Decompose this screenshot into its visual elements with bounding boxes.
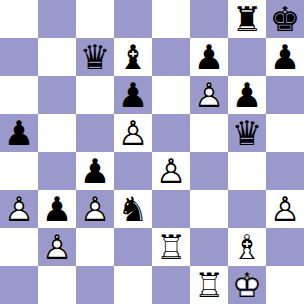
square-c4[interactable]: ♟ [76, 152, 114, 190]
square-g6[interactable]: ♟ [228, 76, 266, 114]
square-e1[interactable] [152, 266, 190, 304]
square-d2[interactable] [114, 228, 152, 266]
white-rook-glyph: ♖ [152, 228, 190, 266]
square-f3[interactable] [190, 190, 228, 228]
square-e4[interactable]: ♟♙ [152, 152, 190, 190]
white-pawn-glyph: ♙ [114, 114, 152, 152]
square-h7[interactable]: ♟ [266, 38, 304, 76]
square-e5[interactable] [152, 114, 190, 152]
white-bishop-glyph: ♗ [228, 228, 266, 266]
piece-black-knight[interactable]: ♞ [114, 190, 152, 228]
square-f6[interactable]: ♟♙ [190, 76, 228, 114]
piece-white-pawn[interactable]: ♟♙ [0, 190, 38, 228]
black-queen-glyph: ♛ [228, 114, 266, 152]
square-h5[interactable] [266, 114, 304, 152]
square-e3[interactable] [152, 190, 190, 228]
square-h4[interactable] [266, 152, 304, 190]
black-pawn-glyph: ♟ [228, 76, 266, 114]
white-king-glyph: ♔ [228, 266, 266, 304]
square-d3[interactable]: ♞ [114, 190, 152, 228]
square-g1[interactable]: ♚♔ [228, 266, 266, 304]
square-b8[interactable] [38, 0, 76, 38]
black-rook-glyph: ♜ [228, 0, 266, 38]
piece-white-rook[interactable]: ♜♖ [152, 228, 190, 266]
piece-white-king[interactable]: ♚♔ [228, 266, 266, 304]
white-pawn-glyph: ♙ [38, 228, 76, 266]
piece-black-pawn[interactable]: ♟ [0, 114, 38, 152]
square-b7[interactable] [38, 38, 76, 76]
white-rook-glyph: ♖ [190, 266, 228, 304]
white-pawn-glyph: ♙ [0, 190, 38, 228]
square-e7[interactable] [152, 38, 190, 76]
piece-black-queen[interactable]: ♛ [228, 114, 266, 152]
square-f5[interactable] [190, 114, 228, 152]
square-f2[interactable] [190, 228, 228, 266]
square-c1[interactable] [76, 266, 114, 304]
square-d8[interactable] [114, 0, 152, 38]
square-d1[interactable] [114, 266, 152, 304]
square-g3[interactable] [228, 190, 266, 228]
square-a7[interactable] [0, 38, 38, 76]
square-b2[interactable]: ♟♙ [38, 228, 76, 266]
square-c2[interactable] [76, 228, 114, 266]
piece-black-queen[interactable]: ♛ [76, 38, 114, 76]
piece-white-pawn[interactable]: ♟♙ [76, 190, 114, 228]
square-c7[interactable]: ♛ [76, 38, 114, 76]
square-a2[interactable] [0, 228, 38, 266]
black-king-glyph: ♚ [266, 0, 304, 38]
black-knight-glyph: ♞ [114, 190, 152, 228]
white-pawn-glyph: ♙ [266, 190, 304, 228]
square-d5[interactable]: ♟♙ [114, 114, 152, 152]
white-pawn-glyph: ♙ [190, 76, 228, 114]
piece-black-pawn[interactable]: ♟ [76, 152, 114, 190]
square-b1[interactable] [38, 266, 76, 304]
square-b6[interactable] [38, 76, 76, 114]
piece-black-pawn[interactable]: ♟ [266, 38, 304, 76]
square-b4[interactable] [38, 152, 76, 190]
square-c6[interactable] [76, 76, 114, 114]
square-b5[interactable] [38, 114, 76, 152]
square-h6[interactable] [266, 76, 304, 114]
square-h2[interactable] [266, 228, 304, 266]
black-pawn-glyph: ♟ [76, 152, 114, 190]
piece-white-bishop[interactable]: ♝♗ [228, 228, 266, 266]
black-pawn-glyph: ♟ [190, 38, 228, 76]
square-g2[interactable]: ♝♗ [228, 228, 266, 266]
piece-black-rook[interactable]: ♜ [228, 0, 266, 38]
piece-white-pawn[interactable]: ♟♙ [152, 152, 190, 190]
square-a1[interactable] [0, 266, 38, 304]
piece-white-rook[interactable]: ♜♖ [190, 266, 228, 304]
white-pawn-glyph: ♙ [152, 152, 190, 190]
piece-white-pawn[interactable]: ♟♙ [190, 76, 228, 114]
square-a3[interactable]: ♟♙ [0, 190, 38, 228]
piece-black-pawn[interactable]: ♟ [190, 38, 228, 76]
square-f4[interactable] [190, 152, 228, 190]
square-e2[interactable]: ♜♖ [152, 228, 190, 266]
square-d6[interactable]: ♟ [114, 76, 152, 114]
square-g5[interactable]: ♛ [228, 114, 266, 152]
piece-black-pawn[interactable]: ♟ [38, 190, 76, 228]
black-pawn-glyph: ♟ [266, 38, 304, 76]
square-e6[interactable] [152, 76, 190, 114]
square-a6[interactable] [0, 76, 38, 114]
square-g4[interactable] [228, 152, 266, 190]
piece-white-pawn[interactable]: ♟♙ [38, 228, 76, 266]
piece-white-pawn[interactable]: ♟♙ [114, 114, 152, 152]
square-f1[interactable]: ♜♖ [190, 266, 228, 304]
square-g8[interactable]: ♜ [228, 0, 266, 38]
black-pawn-glyph: ♟ [114, 76, 152, 114]
black-pawn-glyph: ♟ [38, 190, 76, 228]
black-pawn-glyph: ♟ [0, 114, 38, 152]
piece-black-bishop[interactable]: ♝ [114, 38, 152, 76]
square-h8[interactable]: ♚ [266, 0, 304, 38]
square-c3[interactable]: ♟♙ [76, 190, 114, 228]
piece-black-pawn[interactable]: ♟ [114, 76, 152, 114]
square-f8[interactable] [190, 0, 228, 38]
black-queen-glyph: ♛ [76, 38, 114, 76]
square-h3[interactable]: ♟♙ [266, 190, 304, 228]
square-a4[interactable] [0, 152, 38, 190]
square-g7[interactable] [228, 38, 266, 76]
square-h1[interactable] [266, 266, 304, 304]
square-d4[interactable] [114, 152, 152, 190]
piece-black-pawn[interactable]: ♟ [228, 76, 266, 114]
square-c5[interactable] [76, 114, 114, 152]
square-d7[interactable]: ♝ [114, 38, 152, 76]
square-c8[interactable] [76, 0, 114, 38]
black-bishop-glyph: ♝ [114, 38, 152, 76]
piece-white-pawn[interactable]: ♟♙ [266, 190, 304, 228]
square-e8[interactable] [152, 0, 190, 38]
square-b3[interactable]: ♟ [38, 190, 76, 228]
chess-board: ♜♚♛♝♟♟♟♟♙♟♟♟♙♛♟♟♙♟♙♟♟♙♞♟♙♟♙♜♖♝♗♜♖♚♔ [0, 0, 304, 304]
square-a5[interactable]: ♟ [0, 114, 38, 152]
piece-black-king[interactable]: ♚ [266, 0, 304, 38]
white-pawn-glyph: ♙ [76, 190, 114, 228]
square-a8[interactable] [0, 0, 38, 38]
square-f7[interactable]: ♟ [190, 38, 228, 76]
